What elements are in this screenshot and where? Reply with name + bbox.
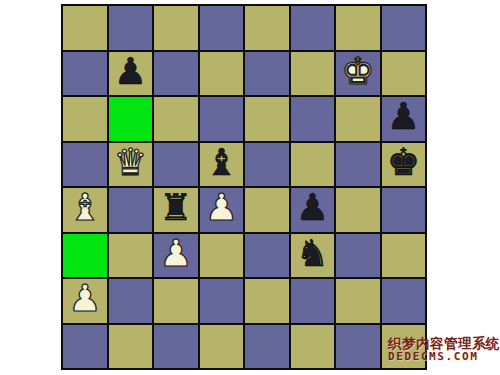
square-b3[interactable] [109,234,153,278]
black-pawn: ♟ [296,189,329,226]
square-f4[interactable]: ♟ [291,188,335,232]
square-f1[interactable] [291,325,335,369]
square-g7[interactable]: ♚ [336,52,380,96]
square-a1[interactable] [63,325,107,369]
square-e6[interactable] [245,97,289,141]
square-a4[interactable]: ♝ [63,188,107,232]
black-bishop: ♝ [205,144,238,181]
square-c7[interactable] [154,52,198,96]
chess-board: ♟♚♟♛♝♚♝♜♟♟♟♞♟ [61,4,427,370]
square-f8[interactable] [291,6,335,50]
square-b4[interactable] [109,188,153,232]
chess-diagram-page: ♟♚♟♛♝♚♝♜♟♟♟♞♟ 织梦内容管理系统 DEDECMS.COM [0,0,500,375]
square-c8[interactable] [154,6,198,50]
square-g4[interactable] [336,188,380,232]
square-h3[interactable] [382,234,426,278]
square-a8[interactable] [63,6,107,50]
black-pawn: ♟ [114,53,147,90]
black-king: ♚ [387,144,420,181]
square-g8[interactable] [336,6,380,50]
square-b8[interactable] [109,6,153,50]
square-f7[interactable] [291,52,335,96]
square-a7[interactable] [63,52,107,96]
square-h6[interactable]: ♟ [382,97,426,141]
white-bishop: ♝ [68,189,101,226]
square-g3[interactable] [336,234,380,278]
square-f2[interactable] [291,279,335,323]
square-f3[interactable]: ♞ [291,234,335,278]
square-e7[interactable] [245,52,289,96]
square-c1[interactable] [154,325,198,369]
square-d3[interactable] [200,234,244,278]
square-c4[interactable]: ♜ [154,188,198,232]
black-pawn: ♟ [387,98,420,135]
square-a5[interactable] [63,143,107,187]
square-g1[interactable] [336,325,380,369]
white-pawn: ♟ [68,280,101,317]
square-b5[interactable]: ♛ [109,143,153,187]
square-h5[interactable]: ♚ [382,143,426,187]
square-h8[interactable] [382,6,426,50]
square-e1[interactable] [245,325,289,369]
square-b2[interactable] [109,279,153,323]
watermark-domain-text: DEDECMS.COM [388,351,500,363]
square-e8[interactable] [245,6,289,50]
square-c2[interactable] [154,279,198,323]
square-d8[interactable] [200,6,244,50]
black-rook: ♜ [159,189,192,226]
watermark: 织梦内容管理系统 DEDECMS.COM [388,336,500,362]
watermark-chinese-text: 织梦内容管理系统 [388,336,500,351]
square-c6[interactable] [154,97,198,141]
square-h2[interactable] [382,279,426,323]
white-king: ♚ [341,53,374,90]
square-e4[interactable] [245,188,289,232]
square-g5[interactable] [336,143,380,187]
square-f5[interactable] [291,143,335,187]
square-d7[interactable] [200,52,244,96]
square-d1[interactable] [200,325,244,369]
square-e3[interactable] [245,234,289,278]
black-knight: ♞ [296,235,329,272]
square-h7[interactable] [382,52,426,96]
white-pawn: ♟ [205,189,238,226]
square-c5[interactable] [154,143,198,187]
square-g6[interactable] [336,97,380,141]
square-a3[interactable] [63,234,107,278]
square-c3[interactable]: ♟ [154,234,198,278]
square-d6[interactable] [200,97,244,141]
square-f6[interactable] [291,97,335,141]
square-b6[interactable] [109,97,153,141]
square-g2[interactable] [336,279,380,323]
square-a6[interactable] [63,97,107,141]
square-a2[interactable]: ♟ [63,279,107,323]
white-queen: ♛ [114,144,147,181]
square-b7[interactable]: ♟ [109,52,153,96]
white-pawn: ♟ [159,235,192,272]
square-b1[interactable] [109,325,153,369]
square-e2[interactable] [245,279,289,323]
square-d2[interactable] [200,279,244,323]
square-d4[interactable]: ♟ [200,188,244,232]
square-e5[interactable] [245,143,289,187]
square-d5[interactable]: ♝ [200,143,244,187]
square-h4[interactable] [382,188,426,232]
